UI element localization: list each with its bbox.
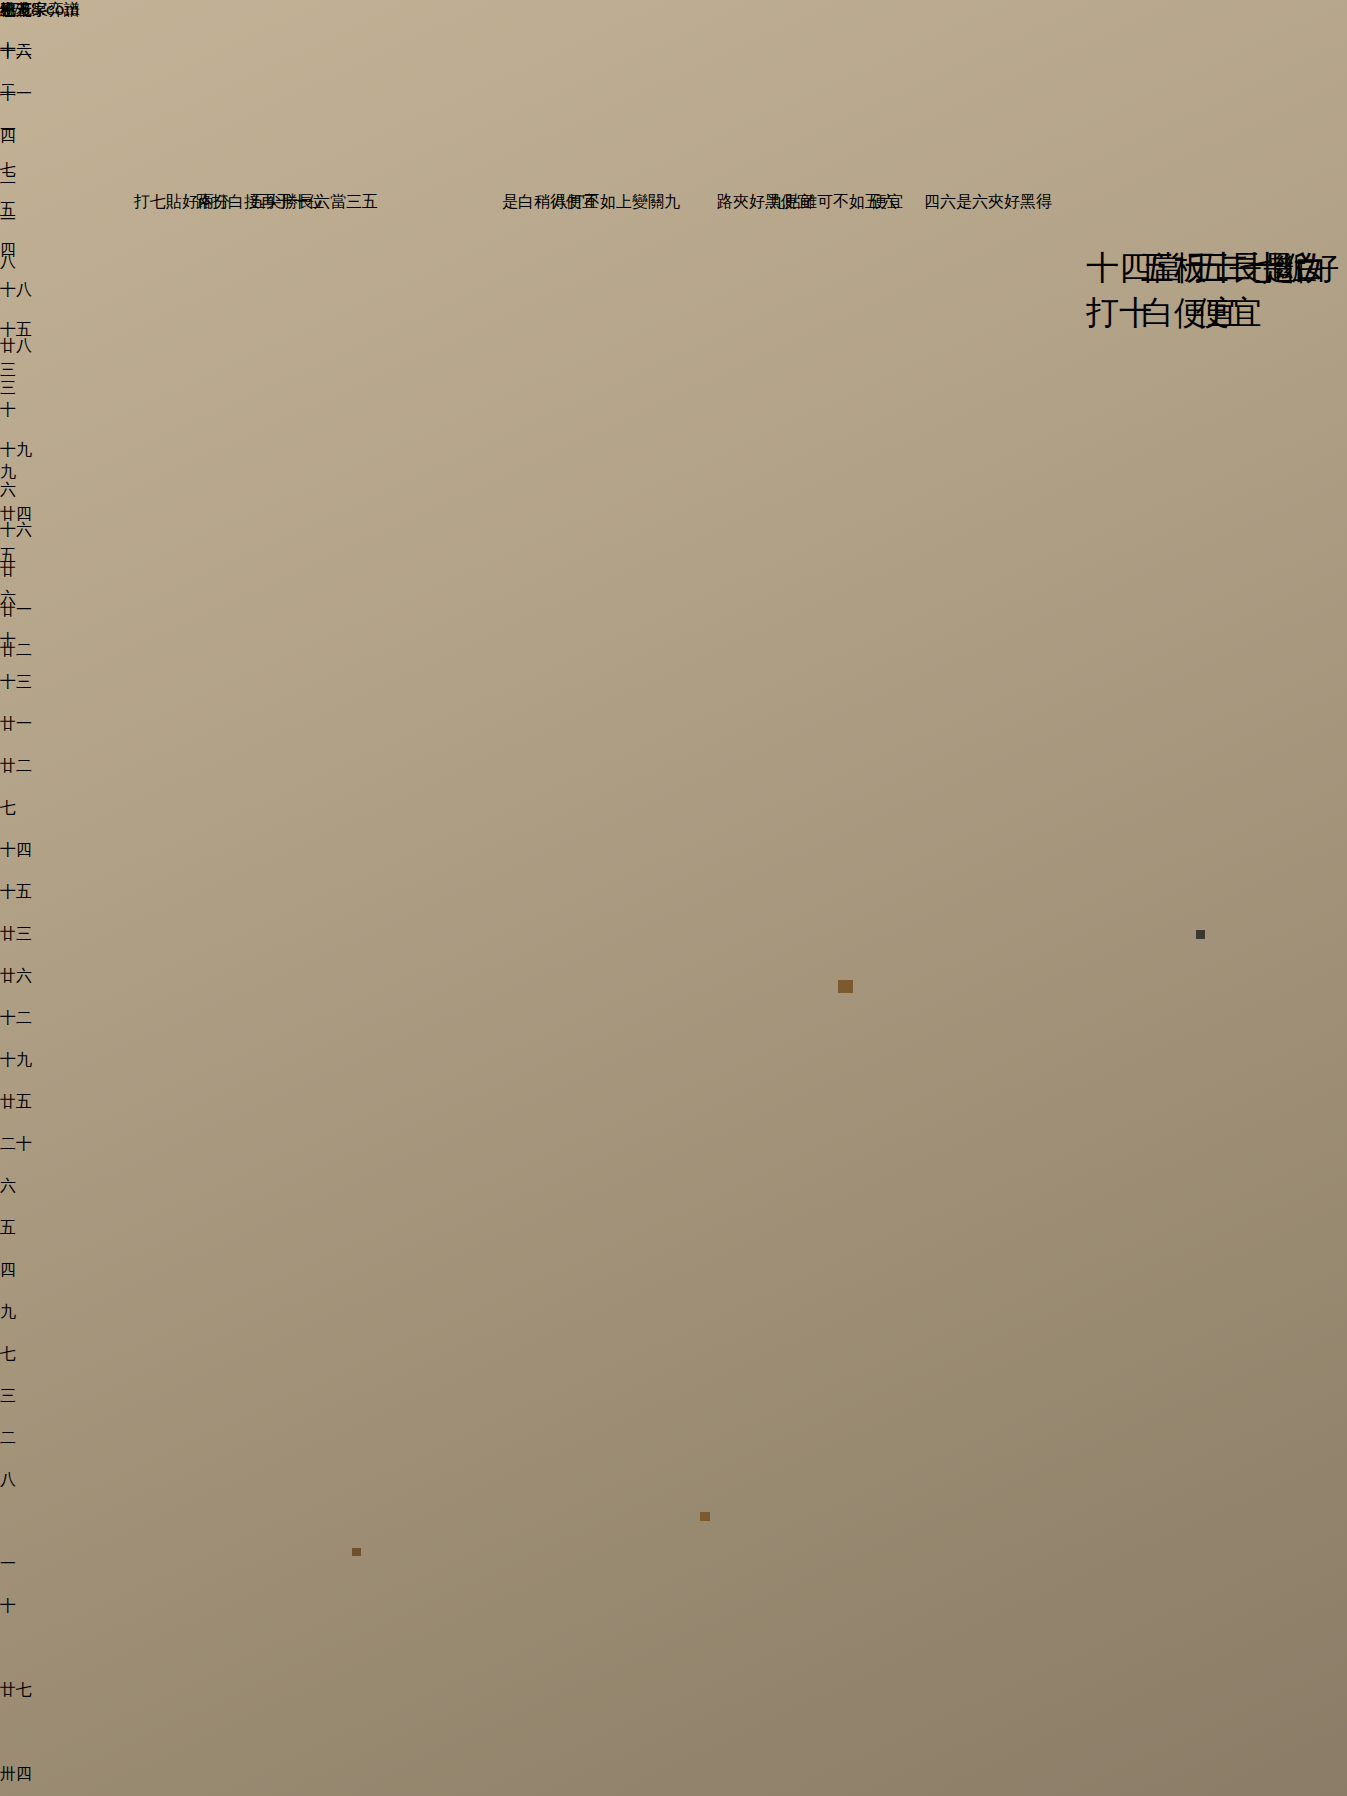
go-stone-black-廿: 廿 <box>0 560 40 600</box>
go-stone-black <box>0 1512 42 1554</box>
go-stone-white-廿三: 廿三 <box>0 924 42 966</box>
go-stone-black-廿二: 廿二 <box>0 640 40 680</box>
go-stone-white-廿五: 廿五 <box>0 1092 42 1134</box>
go-stone-white-廿七: 廿七 <box>0 1680 42 1722</box>
go-stone-white <box>0 40 40 80</box>
go-stone-white-廿一: 廿一 <box>0 600 40 640</box>
go-stone-white-三: 三 <box>0 360 40 400</box>
go-stone-white <box>0 1722 42 1764</box>
go-stone-black-四: 四 <box>0 240 40 280</box>
go-stone-black-二十: 二十 <box>0 1134 42 1176</box>
watermark-text: 7788.com <box>0 0 80 19</box>
go-stone-black-十二: 十二 <box>0 1008 42 1050</box>
age-spot <box>352 1548 361 1556</box>
go-stone-black-廿二: 廿二 <box>0 756 42 798</box>
go-stone-white-七: 七 <box>0 160 40 200</box>
age-spot <box>838 980 853 993</box>
go-stone-black-卅四: 卅四 <box>0 1764 42 1796</box>
commentary-column: 路夾好黑便宜 <box>717 192 813 213</box>
go-stone-white-九: 九 <box>0 1302 42 1344</box>
age-spot <box>700 1512 710 1521</box>
go-stone-black-二: 二 <box>0 80 40 120</box>
right-commentary-column: 五長是白便宜 <box>1196 246 1347 336</box>
go-stone-black-四: 四 <box>0 1260 42 1302</box>
go-stone-white-十九: 十九 <box>0 440 40 480</box>
go-stone-white-廿一: 廿一 <box>0 714 42 756</box>
go-stone-white-一: 一 <box>0 120 40 160</box>
go-stone-white-七: 七 <box>0 798 42 840</box>
page-edge-behind <box>70 58 1347 128</box>
go-stone-white-一: 一 <box>0 1554 42 1596</box>
commentary-column: 四六是六夾好黑得 <box>924 192 1052 213</box>
go-stone-black-十八: 十八 <box>0 280 40 320</box>
go-stone-black-十四: 十四 <box>0 840 42 882</box>
go-stone-white-五: 五 <box>0 1218 42 1260</box>
go-stone-white-十九: 十九 <box>0 1050 42 1092</box>
go-stone-black-十: 十 <box>0 1596 42 1638</box>
go-stone-white <box>0 1638 42 1680</box>
commentary-column: 打七貼好兩分 <box>134 192 230 213</box>
go-stone-black-八: 八 <box>0 1470 42 1512</box>
go-stone-black-六: 六 <box>0 480 40 520</box>
go-stone-black-十: 十 <box>0 400 40 440</box>
go-stone-white-十五: 十五 <box>0 320 40 360</box>
go-stone-white-七: 七 <box>0 1344 42 1386</box>
go-stone-black-六: 六 <box>0 1176 42 1218</box>
go-stone-white-五: 五 <box>0 200 40 240</box>
commentary-column: 是白稍得便宜 <box>502 192 598 213</box>
age-spot <box>1196 930 1205 939</box>
go-stone-black-十六: 十六 <box>0 520 40 560</box>
go-stone-black-二: 二 <box>0 1428 42 1470</box>
go-stone-white-十五: 十五 <box>0 882 42 924</box>
go-stone-black-廿六: 廿六 <box>0 966 42 1008</box>
go-stone-white-三: 三 <box>0 1386 42 1428</box>
